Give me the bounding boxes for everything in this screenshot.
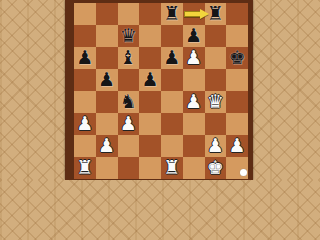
square-d5[interactable]: ♟: [139, 69, 161, 91]
square-f4[interactable]: ♟: [183, 91, 205, 113]
square-a4[interactable]: [74, 91, 96, 113]
square-f5[interactable]: [183, 69, 205, 91]
square-d4[interactable]: [139, 91, 161, 113]
square-e3[interactable]: [161, 113, 183, 135]
piece-black-rook-g8[interactable]: ♜: [207, 4, 224, 23]
square-b4[interactable]: [96, 91, 118, 113]
square-e4[interactable]: [161, 91, 183, 113]
piece-black-knight-c4[interactable]: ♞: [120, 92, 137, 111]
square-b3[interactable]: [96, 113, 118, 135]
piece-black-king-h6[interactable]: ♚: [229, 48, 246, 67]
square-h5[interactable]: [226, 69, 248, 91]
square-b6[interactable]: [96, 47, 118, 69]
square-f7[interactable]: ♟: [183, 25, 205, 47]
square-h8[interactable]: [226, 3, 248, 25]
square-c2[interactable]: [118, 135, 140, 157]
piece-white-queen-g4[interactable]: ♛: [207, 92, 224, 111]
piece-black-bishop-c6[interactable]: ♝: [120, 48, 137, 67]
square-h6[interactable]: ♚: [226, 47, 248, 69]
square-h7[interactable]: [226, 25, 248, 47]
piece-white-pawn-g2[interactable]: ♟: [207, 136, 224, 155]
square-f2[interactable]: [183, 135, 205, 157]
square-a2[interactable]: [74, 135, 96, 157]
square-g5[interactable]: [205, 69, 227, 91]
piece-white-rook-e1[interactable]: ♜: [163, 158, 180, 177]
square-d6[interactable]: [139, 47, 161, 69]
square-b8[interactable]: [96, 3, 118, 25]
square-c1[interactable]: [118, 157, 140, 179]
square-e7[interactable]: [161, 25, 183, 47]
piece-white-pawn-f6[interactable]: ♟: [185, 48, 202, 67]
square-g2[interactable]: ♟: [205, 135, 227, 157]
corner-dot: [240, 169, 247, 176]
square-a7[interactable]: [74, 25, 96, 47]
piece-white-pawn-b2[interactable]: ♟: [98, 136, 115, 155]
piece-white-rook-a1[interactable]: ♜: [76, 158, 93, 177]
square-f1[interactable]: [183, 157, 205, 179]
square-d3[interactable]: [139, 113, 161, 135]
square-g1[interactable]: ♚: [205, 157, 227, 179]
square-d8[interactable]: [139, 3, 161, 25]
square-e2[interactable]: [161, 135, 183, 157]
square-a6[interactable]: ♟: [74, 47, 96, 69]
square-d1[interactable]: [139, 157, 161, 179]
square-b7[interactable]: [96, 25, 118, 47]
piece-black-pawn-b5[interactable]: ♟: [98, 70, 115, 89]
square-a5[interactable]: [74, 69, 96, 91]
piece-black-pawn-a6[interactable]: ♟: [76, 48, 93, 67]
square-h3[interactable]: [226, 113, 248, 135]
piece-white-king-g1[interactable]: ♚: [207, 158, 224, 177]
square-c8[interactable]: [118, 3, 140, 25]
piece-black-pawn-e6[interactable]: ♟: [163, 48, 180, 67]
square-b5[interactable]: ♟: [96, 69, 118, 91]
square-f6[interactable]: ♟: [183, 47, 205, 69]
square-a8[interactable]: [74, 3, 96, 25]
square-g4[interactable]: ♛: [205, 91, 227, 113]
piece-white-pawn-f4[interactable]: ♟: [185, 92, 202, 111]
square-c4[interactable]: ♞: [118, 91, 140, 113]
square-g3[interactable]: [205, 113, 227, 135]
square-e1[interactable]: ♜: [161, 157, 183, 179]
square-e6[interactable]: ♟: [161, 47, 183, 69]
square-c7[interactable]: ♛: [118, 25, 140, 47]
square-d2[interactable]: [139, 135, 161, 157]
piece-white-pawn-a3[interactable]: ♟: [76, 114, 93, 133]
piece-white-pawn-h2[interactable]: ♟: [229, 136, 246, 155]
piece-black-rook-e8[interactable]: ♜: [163, 4, 180, 23]
square-h2[interactable]: ♟: [226, 135, 248, 157]
piece-white-pawn-c3[interactable]: ♟: [120, 114, 137, 133]
square-c6[interactable]: ♝: [118, 47, 140, 69]
piece-black-queen-c7[interactable]: ♛: [120, 26, 137, 45]
piece-black-pawn-d5[interactable]: ♟: [142, 70, 159, 89]
square-e5[interactable]: [161, 69, 183, 91]
last-move-arrow-icon: [184, 9, 209, 19]
square-f3[interactable]: [183, 113, 205, 135]
chess-board[interactable]: ♜♜♛♟♟♝♟♟♚♟♟♞♟♛♟♟♟♟♟♜♜♚: [74, 3, 248, 179]
square-h4[interactable]: [226, 91, 248, 113]
arrow-head: [200, 9, 209, 19]
piece-black-pawn-f7[interactable]: ♟: [185, 26, 202, 45]
square-g6[interactable]: [205, 47, 227, 69]
square-b1[interactable]: [96, 157, 118, 179]
square-b2[interactable]: ♟: [96, 135, 118, 157]
square-a3[interactable]: ♟: [74, 113, 96, 135]
arrow-shaft: [184, 11, 200, 17]
square-e8[interactable]: ♜: [161, 3, 183, 25]
square-g7[interactable]: [205, 25, 227, 47]
square-d7[interactable]: [139, 25, 161, 47]
square-a1[interactable]: ♜: [74, 157, 96, 179]
square-c5[interactable]: [118, 69, 140, 91]
square-c3[interactable]: ♟: [118, 113, 140, 135]
